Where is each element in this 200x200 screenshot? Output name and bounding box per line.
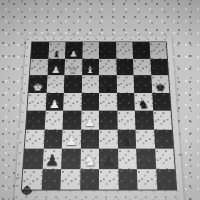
square-f2[interactable] xyxy=(118,149,137,169)
square-g1[interactable] xyxy=(137,169,157,190)
square-f1[interactable] xyxy=(118,169,138,190)
black-king-h6[interactable]: ♚ xyxy=(155,82,166,93)
compass-rose-icon: ↔ ↕ xyxy=(17,182,36,199)
square-h7[interactable] xyxy=(150,58,168,75)
white-pawn-b5[interactable]: ♟ xyxy=(48,99,60,111)
square-f7[interactable] xyxy=(116,58,134,75)
square-b6[interactable] xyxy=(46,75,64,92)
white-knight-d2[interactable]: ♞ xyxy=(82,153,97,169)
square-e6[interactable]: ♝ xyxy=(99,75,117,92)
square-h8[interactable] xyxy=(149,42,167,58)
square-h3[interactable] xyxy=(154,129,174,148)
square-b3[interactable] xyxy=(43,129,62,148)
square-a5[interactable] xyxy=(27,93,46,111)
black-knight-g5[interactable]: ♞ xyxy=(138,99,150,111)
chessboard: ©USCHESS ♝♟♟♛♝♚♝♚♟♞♟♟♞♟♞♟ ↔ ↕ b 6 xyxy=(14,36,184,200)
square-h4[interactable] xyxy=(153,111,172,130)
white-pawn-c8[interactable]: ♟ xyxy=(69,50,78,59)
square-g7[interactable] xyxy=(133,58,151,75)
square-d3[interactable] xyxy=(80,129,99,148)
square-f4[interactable] xyxy=(117,111,136,130)
white-king-a6[interactable]: ♚ xyxy=(32,82,43,93)
square-d5[interactable] xyxy=(81,93,99,111)
square-e2[interactable]: ♟ xyxy=(99,149,118,169)
square-g8[interactable] xyxy=(132,42,150,58)
black-knight-f3[interactable]: ♞ xyxy=(120,134,134,149)
square-a4[interactable] xyxy=(26,111,45,130)
square-a7[interactable] xyxy=(30,58,48,75)
black-pawn-e2[interactable]: ♟ xyxy=(101,153,116,169)
square-g4[interactable] xyxy=(135,111,154,130)
compass-vertical-arrow-icon: ↕ xyxy=(17,182,36,199)
board-mat: ©USCHESS ♝♟♟♛♝♚♝♚♟♞♟♟♞♟♞♟ ↔ ↕ b 6 xyxy=(14,36,184,200)
square-e4[interactable] xyxy=(99,111,117,130)
square-d2[interactable]: ♞ xyxy=(80,149,99,169)
square-b7[interactable]: ♟ xyxy=(47,58,65,75)
square-b8[interactable]: ♝ xyxy=(48,42,66,58)
square-e1[interactable] xyxy=(99,169,118,190)
black-bishop-e6[interactable]: ♝ xyxy=(103,82,114,93)
square-c3[interactable]: ♟ xyxy=(62,129,81,148)
square-g5[interactable]: ♞ xyxy=(134,93,153,111)
white-pawn-b7[interactable]: ♟ xyxy=(51,65,61,75)
square-b4[interactable] xyxy=(44,111,63,130)
white-queen-c7[interactable]: ♛ xyxy=(68,65,78,75)
square-a3[interactable] xyxy=(25,129,45,148)
square-d4[interactable]: ♟ xyxy=(81,111,99,130)
square-c8[interactable]: ♟ xyxy=(65,42,82,58)
square-c4[interactable] xyxy=(63,111,82,130)
margin-mark-left: b xyxy=(14,177,20,180)
square-b5[interactable]: ♟ xyxy=(45,93,64,111)
square-a6[interactable]: ♚ xyxy=(29,75,48,92)
square-e7[interactable] xyxy=(99,58,116,75)
square-d7[interactable]: ♝ xyxy=(82,58,99,75)
square-d1[interactable] xyxy=(80,169,99,190)
square-h5[interactable] xyxy=(152,93,171,111)
black-pawn-b2[interactable]: ♟ xyxy=(44,153,59,169)
square-g3[interactable] xyxy=(135,129,154,148)
square-c5[interactable] xyxy=(63,93,81,111)
square-e5[interactable] xyxy=(99,93,117,111)
square-f3[interactable]: ♞ xyxy=(117,129,136,148)
square-d6[interactable] xyxy=(81,75,99,92)
square-g2[interactable] xyxy=(136,149,156,169)
square-h1[interactable] xyxy=(156,169,176,190)
square-c1[interactable] xyxy=(60,169,80,190)
square-h6[interactable]: ♚ xyxy=(151,75,170,92)
square-c6[interactable] xyxy=(64,75,82,92)
square-a2[interactable] xyxy=(23,149,43,169)
square-f6[interactable] xyxy=(116,75,134,92)
square-c7[interactable]: ♛ xyxy=(64,58,82,75)
square-g6[interactable] xyxy=(134,75,152,92)
square-f8[interactable] xyxy=(116,42,133,58)
square-c2[interactable] xyxy=(61,149,80,169)
black-bishop-b8[interactable]: ♝ xyxy=(52,50,61,59)
table-surface: ©USCHESS ♝♟♟♛♝♚♝♚♟♞♟♟♞♟♞♟ ↔ ↕ b 6 xyxy=(0,0,200,200)
square-a8[interactable] xyxy=(31,42,49,58)
square-h2[interactable] xyxy=(155,149,175,169)
board-grid[interactable]: ♝♟♟♛♝♚♝♚♟♞♟♟♞♟♞♟ xyxy=(21,41,177,190)
square-b1[interactable] xyxy=(41,169,61,190)
white-bishop-d7[interactable]: ♝ xyxy=(86,65,96,75)
square-d8[interactable] xyxy=(82,42,99,58)
square-e3[interactable] xyxy=(99,129,118,148)
square-f5[interactable] xyxy=(117,93,135,111)
margin-mark-right: 6 xyxy=(177,153,183,156)
square-e8[interactable] xyxy=(99,42,116,58)
white-pawn-c3[interactable]: ♟ xyxy=(64,134,78,149)
square-b2[interactable]: ♟ xyxy=(42,149,62,169)
white-pawn-d4[interactable]: ♟ xyxy=(84,116,97,129)
